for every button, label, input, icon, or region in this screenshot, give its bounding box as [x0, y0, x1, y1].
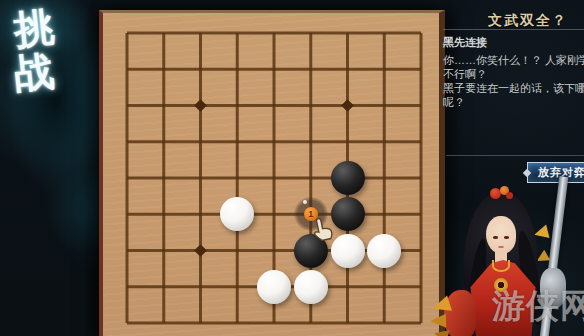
banner-char-1: 挑 [12, 4, 56, 52]
stone-white [220, 197, 254, 231]
dialogue-line: 呢？ [443, 95, 584, 109]
stone-black [331, 161, 365, 195]
character-eye [493, 236, 498, 239]
hair-flower [488, 186, 514, 202]
board[interactable]: 1 [99, 10, 445, 336]
character-mouth [498, 246, 504, 248]
game-screen: 挑 战 1 文武双全？ 黑先连接 你……你笑什么！？ 人家刚学围棋 不行啊？ 黑… [0, 0, 584, 336]
challenge-banner: 挑 战 [2, 6, 66, 94]
dialogue-line: 黑子要连在一起的话，该下哪里好 [443, 81, 584, 95]
dialogue-text: 你……你笑什么！？ 人家刚学围棋 不行啊？ 黑子要连在一起的话，该下哪里好 呢？ [443, 53, 584, 109]
dialogue-line: 不行啊？ [443, 67, 584, 81]
puzzle-objective: 黑先连接 [443, 35, 487, 50]
stone-white [367, 234, 401, 268]
dialogue-line: 你……你笑什么！？ 人家刚学围棋 [443, 53, 584, 67]
hand-cursor-icon [306, 214, 340, 249]
watermark-logo: 游侠网 [492, 284, 584, 329]
banner-char-2: 战 [12, 48, 56, 96]
stone-white [294, 270, 328, 304]
puzzle-title: 文武双全？ [488, 12, 584, 30]
character-face [486, 216, 516, 254]
character-eye [504, 236, 509, 239]
stone-white [257, 270, 291, 304]
title-divider [443, 29, 584, 30]
dress-collar [492, 260, 510, 272]
panel-divider [446, 155, 584, 156]
